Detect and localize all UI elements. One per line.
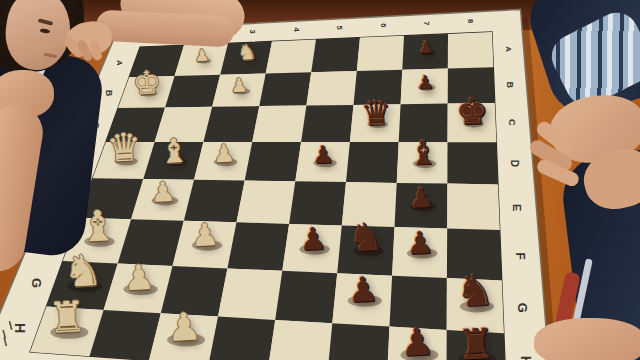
square-d8 xyxy=(447,142,498,184)
piece-shadow xyxy=(50,325,88,338)
piece-shadow xyxy=(152,196,179,205)
piece-shadow xyxy=(413,160,437,168)
square-b8 xyxy=(448,67,495,103)
piece-shadow xyxy=(196,58,211,63)
square-a8 xyxy=(448,32,494,68)
file-label-right-D: D xyxy=(509,160,520,167)
square-h4 xyxy=(209,317,276,360)
file-label-right-E: E xyxy=(511,204,523,211)
piece-shadow xyxy=(68,280,102,292)
square-h5 xyxy=(268,320,332,360)
piece-shadow xyxy=(407,248,437,259)
rank-label-top-6: 6 xyxy=(379,23,388,27)
file-label-right-G: G xyxy=(515,303,530,313)
square-e5 xyxy=(289,181,346,225)
piece-shadow xyxy=(410,202,437,211)
piece-shadow xyxy=(241,57,256,62)
piece-shadow xyxy=(353,246,383,257)
square-e3 xyxy=(184,180,245,223)
square-b6 xyxy=(354,70,403,105)
rank-label-top-8: 8 xyxy=(466,19,475,23)
piece-shadow xyxy=(460,300,494,312)
piece-shadow xyxy=(84,236,114,247)
file-label-right-B: B xyxy=(505,82,515,88)
piece-shadow xyxy=(124,283,158,295)
square-g7 xyxy=(390,276,447,330)
square-c7 xyxy=(399,104,448,143)
player-right-lower-hand xyxy=(534,318,640,360)
square-a4 xyxy=(266,40,316,74)
piece-shadow xyxy=(164,158,188,166)
square-g3 xyxy=(161,266,228,317)
file-label-right-F: F xyxy=(513,252,527,259)
rank-label-top-5: 5 xyxy=(335,25,344,29)
square-d6 xyxy=(346,142,399,183)
square-c4 xyxy=(252,106,306,143)
square-a6 xyxy=(357,36,404,71)
file-label-left-A: A xyxy=(115,60,124,66)
square-c3 xyxy=(203,106,259,142)
piece-shadow xyxy=(418,84,436,90)
square-f8 xyxy=(447,229,502,281)
square-e8 xyxy=(447,184,500,231)
piece-shadow xyxy=(214,158,238,166)
piece-shadow xyxy=(114,157,138,165)
rank-label-top-7: 7 xyxy=(422,21,431,25)
file-label-right-C: C xyxy=(507,119,517,126)
square-h6 xyxy=(328,323,390,360)
square-c5 xyxy=(301,105,353,142)
piece-shadow xyxy=(367,121,388,128)
square-b4 xyxy=(259,72,311,106)
square-g4 xyxy=(218,268,282,320)
square-b5 xyxy=(306,71,356,106)
file-label-right-A: A xyxy=(504,46,513,52)
piece-shadow xyxy=(463,120,484,127)
piece-shadow xyxy=(192,240,222,251)
file-label-right-H: H xyxy=(518,356,534,360)
square-f4 xyxy=(227,222,289,270)
square-d4 xyxy=(245,142,301,181)
photo-scene: AABBCCDDEEFFGGHH12345678 ♟♞♟♚♟♟♛♚♛♝♟♟♝♟♟… xyxy=(0,0,640,360)
file-label-left-B: B xyxy=(104,90,114,96)
rank-label-top-3: 3 xyxy=(248,30,257,34)
piece-shadow xyxy=(420,50,435,55)
square-g5 xyxy=(275,271,337,323)
file-label-left-H: H xyxy=(12,323,28,333)
piece-shadow xyxy=(232,88,250,94)
piece-shadow xyxy=(313,159,337,167)
piece-shadow xyxy=(140,90,158,96)
piece-shadow xyxy=(348,295,382,307)
file-label-left-G: G xyxy=(29,278,44,288)
square-e6 xyxy=(342,182,397,227)
piece-shadow xyxy=(167,333,205,346)
square-e4 xyxy=(237,181,296,224)
square-a5 xyxy=(311,38,360,73)
piece-shadow xyxy=(299,244,329,255)
